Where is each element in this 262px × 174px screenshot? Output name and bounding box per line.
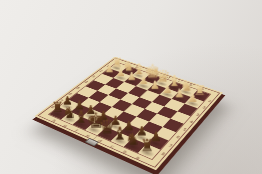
piece-black-rook-a8: ♜ <box>139 138 156 153</box>
photo-scene: ♜♞♝♚♛♝♞♜♟♟♟♟♟♟♟♟♟♟♟♟♟♟♟♟♜♞♝♚♛♝♞♜ hgfedcb… <box>0 0 262 174</box>
coord-rank-1: 1 <box>203 96 216 105</box>
perspective-wrapper: ♜♞♝♚♛♝♞♜♟♟♟♟♟♟♟♟♟♟♟♟♟♟♟♟♜♞♝♚♛♝♞♜ hgfedcb… <box>64 36 200 172</box>
chess-board: ♜♞♝♚♛♝♞♜♟♟♟♟♟♟♟♟♟♟♟♟♟♟♟♟♜♞♝♚♛♝♞♜ hgfedcb… <box>35 57 223 171</box>
piece-white-pawn-a2: ♟ <box>185 93 199 104</box>
board-face: ♜♞♝♚♛♝♞♜♟♟♟♟♟♟♟♟♟♟♟♟♟♟♟♟♜♞♝♚♛♝♞♜ hgfedcb… <box>35 57 223 171</box>
board-grid: ♜♞♝♚♛♝♞♜♟♟♟♟♟♟♟♟♟♟♟♟♟♟♟♟♜♞♝♚♛♝♞♜ <box>49 63 210 159</box>
